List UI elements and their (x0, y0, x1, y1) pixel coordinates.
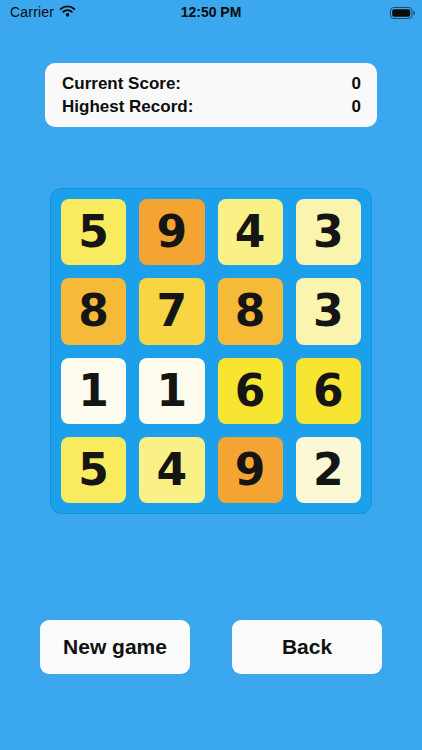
score-panel: Current Score: 0 Highest Record: 0 (45, 63, 377, 127)
battery-icon (390, 5, 415, 23)
tile-r2c4[interactable]: 3 (296, 278, 361, 344)
highest-record-value: 0 (352, 97, 361, 117)
tile-r4c1[interactable]: 5 (61, 437, 126, 503)
app-screen: Carrier 12:50 PM Current Score: 0 H (0, 0, 422, 750)
new-game-button[interactable]: New game (40, 620, 190, 674)
tile-r3c4[interactable]: 6 (296, 358, 361, 424)
current-score-label: Current Score: (62, 74, 181, 94)
tile-r2c2[interactable]: 7 (139, 278, 204, 344)
current-score-value: 0 (352, 74, 361, 94)
tile-r1c2[interactable]: 9 (139, 199, 204, 265)
tile-r3c1[interactable]: 1 (61, 358, 126, 424)
highest-record-label: Highest Record: (62, 97, 193, 117)
tile-r3c3[interactable]: 6 (218, 358, 283, 424)
status-bar: Carrier 12:50 PM (0, 0, 422, 24)
tile-r3c2[interactable]: 1 (139, 358, 204, 424)
tile-r4c3[interactable]: 9 (218, 437, 283, 503)
tile-r4c4[interactable]: 2 (296, 437, 361, 503)
highest-record-row: Highest Record: 0 (62, 97, 361, 117)
board-grid: 5943878311665492 (50, 188, 372, 514)
tile-r1c1[interactable]: 5 (61, 199, 126, 265)
status-time: 12:50 PM (0, 4, 422, 20)
tile-r1c3[interactable]: 4 (218, 199, 283, 265)
tile-r2c3[interactable]: 8 (218, 278, 283, 344)
current-score-row: Current Score: 0 (62, 74, 361, 94)
tile-r2c1[interactable]: 8 (61, 278, 126, 344)
tile-r4c2[interactable]: 4 (139, 437, 204, 503)
tile-r1c4[interactable]: 3 (296, 199, 361, 265)
back-button[interactable]: Back (232, 620, 382, 674)
